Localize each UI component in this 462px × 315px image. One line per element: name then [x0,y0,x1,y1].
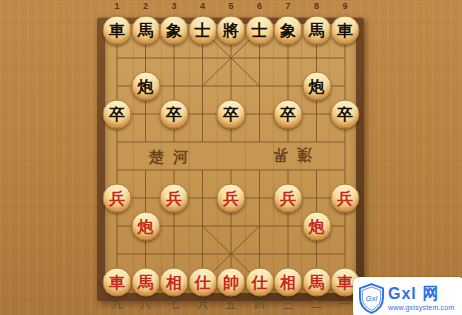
xiangqi-app: 123456789 [0,0,462,315]
file-label-bottom-2: 二 [311,297,322,312]
file-label-bottom-3: 三 [283,297,294,312]
piece-black-soldier[interactable]: 卒 [274,100,303,129]
file-label-top-7: 7 [285,1,290,11]
piece-red-soldier[interactable]: 兵 [274,184,303,213]
piece-red-advisor[interactable]: 仕 [245,268,274,297]
river-label-right: 漢界 [264,147,312,164]
piece-black-elephant[interactable]: 象 [160,16,189,45]
file-label-bottom-5: 五 [226,297,237,312]
piece-red-soldier[interactable]: 兵 [103,184,132,213]
piece-red-cannon[interactable]: 炮 [302,212,331,241]
board-grid: 楚河 漢界 [97,17,364,301]
piece-red-soldier[interactable]: 兵 [331,184,360,213]
watermark[interactable]: Gxl Gxl 网 www.gxlsystem.com [353,277,462,315]
piece-red-elephant[interactable]: 相 [160,268,189,297]
piece-black-advisor[interactable]: 士 [245,16,274,45]
piece-black-horse[interactable]: 馬 [302,16,331,45]
piece-red-cannon[interactable]: 炮 [131,212,160,241]
file-label-bottom-9: 九 [112,297,123,312]
piece-black-soldier[interactable]: 卒 [103,100,132,129]
file-label-bottom-8: 八 [140,297,151,312]
piece-black-soldier[interactable]: 卒 [331,100,360,129]
file-label-bottom-6: 六 [197,297,208,312]
file-label-bottom-4: 四 [254,297,265,312]
file-label-top-9: 9 [342,1,347,11]
file-label-top-6: 6 [257,1,262,11]
file-label-top-4: 4 [200,1,205,11]
shield-icon: Gxl [358,283,385,314]
watermark-url: www.gxlsystem.com [388,304,454,311]
shield-label: Gxl [366,294,378,303]
file-label-bottom-7: 七 [169,297,180,312]
file-label-bottom-1: 一 [340,297,351,312]
piece-black-general[interactable]: 將 [217,16,246,45]
piece-red-soldier[interactable]: 兵 [217,184,246,213]
file-label-top-3: 3 [171,1,176,11]
piece-black-cannon[interactable]: 炮 [131,72,160,101]
piece-red-horse[interactable]: 馬 [131,268,160,297]
river-label-left: 楚河 [148,148,197,165]
file-label-top-2: 2 [143,1,148,11]
piece-red-advisor[interactable]: 仕 [188,268,217,297]
piece-black-elephant[interactable]: 象 [274,16,303,45]
piece-black-advisor[interactable]: 士 [188,16,217,45]
piece-red-horse[interactable]: 馬 [302,268,331,297]
piece-black-chariot[interactable]: 車 [331,16,360,45]
piece-black-soldier[interactable]: 卒 [217,100,246,129]
file-label-top-1: 1 [114,1,119,11]
piece-red-elephant[interactable]: 相 [274,268,303,297]
piece-red-chariot[interactable]: 車 [103,268,132,297]
xiangqi-board[interactable]: 楚河 漢界 [97,17,364,301]
piece-black-soldier[interactable]: 卒 [160,100,189,129]
piece-red-general[interactable]: 帥 [217,268,246,297]
piece-black-cannon[interactable]: 炮 [302,72,331,101]
piece-black-chariot[interactable]: 車 [103,16,132,45]
piece-black-horse[interactable]: 馬 [131,16,160,45]
file-label-top-5: 5 [228,1,233,11]
file-label-top-8: 8 [314,1,319,11]
watermark-brand: Gxl 网 [388,286,454,302]
piece-red-soldier[interactable]: 兵 [160,184,189,213]
